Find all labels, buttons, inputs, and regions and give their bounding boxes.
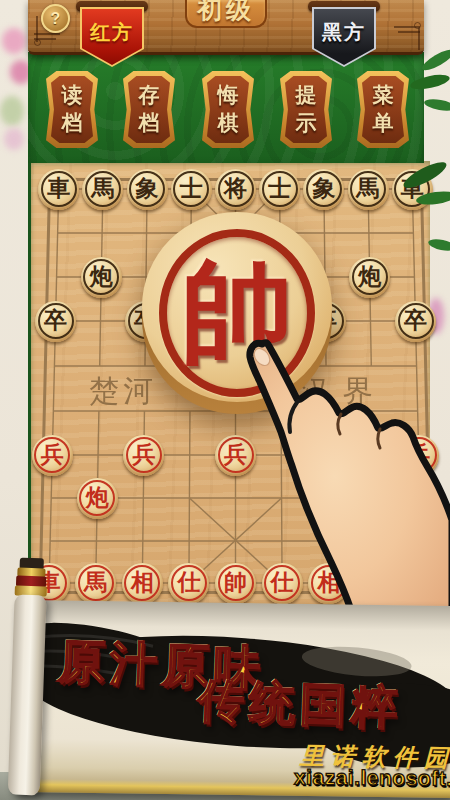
piece-black-車[interactable]: 車 (38, 169, 79, 210)
piece-black-炮[interactable]: 炮 (81, 257, 122, 298)
piece-black-炮[interactable]: 炮 (349, 257, 390, 298)
river-label: 楚 (89, 374, 119, 407)
bar-decor (34, 33, 60, 35)
piece-black-士[interactable]: 士 (171, 169, 212, 210)
piece-red-兵[interactable]: 兵 (32, 435, 73, 476)
bamboo-decoration (400, 30, 450, 290)
toolbar-panel: 读档 存档 悔棋 提示 菜单 (28, 52, 424, 163)
hint-button[interactable]: 提示 (280, 71, 332, 148)
bar-decor (414, 22, 421, 29)
piece-black-象[interactable]: 象 (303, 169, 344, 210)
piece-red-兵[interactable]: 兵 (123, 435, 164, 476)
red-side-label: 红方 (80, 19, 144, 46)
piece-black-卒[interactable]: 卒 (35, 301, 76, 342)
piece-black-士[interactable]: 士 (259, 169, 300, 210)
piece-red-炮[interactable]: 炮 (353, 478, 394, 519)
piece-black-馬[interactable]: 馬 (348, 169, 389, 210)
download-url: xiazai.lenosoft.net (294, 765, 450, 791)
piece-red-兵[interactable]: 兵 (215, 435, 256, 476)
leaf-decoration (0, 96, 24, 126)
black-side-label: 黑方 (312, 19, 376, 46)
bar-decor (34, 39, 41, 46)
river-label: 界 (343, 374, 373, 407)
question-icon: ? (51, 10, 61, 27)
flower-decoration (2, 28, 26, 54)
game-screen: ? 初级 红方 黑方 读档 存档 悔棋 提示 菜单 楚 河 汉 (0, 0, 450, 800)
help-button[interactable]: ? (41, 4, 70, 33)
rod-body (8, 594, 47, 795)
load-button[interactable]: 读档 (46, 71, 98, 148)
piece-black-将[interactable]: 将 (215, 169, 256, 210)
piece-red-兵[interactable]: 兵 (398, 435, 439, 476)
flower-decoration (4, 128, 24, 150)
black-side-banner: 黑方 (312, 0, 376, 68)
red-side-banner: 红方 (80, 0, 144, 68)
piece-black-象[interactable]: 象 (127, 169, 168, 210)
promo-line-2: 传统国粹 (197, 670, 403, 739)
giant-shuai-piece: 帥 (142, 212, 332, 414)
shuai-character: 帥 (142, 212, 332, 414)
level-badge[interactable]: 初级 (185, 0, 267, 28)
piece-black-卒[interactable]: 卒 (395, 301, 436, 342)
piece-black-馬[interactable]: 馬 (82, 169, 123, 210)
save-button[interactable]: 存档 (123, 71, 175, 148)
piece-red-兵[interactable]: 兵 (307, 435, 348, 476)
bar-decor (398, 31, 420, 33)
piece-red-炮[interactable]: 炮 (77, 478, 118, 519)
promo-scroll: 原汁原味 传统国粹 里诺软件园 xiazai.lenosoft.net (0, 552, 450, 800)
scroll-rod (3, 555, 51, 800)
undo-button[interactable]: 悔棋 (202, 71, 254, 148)
